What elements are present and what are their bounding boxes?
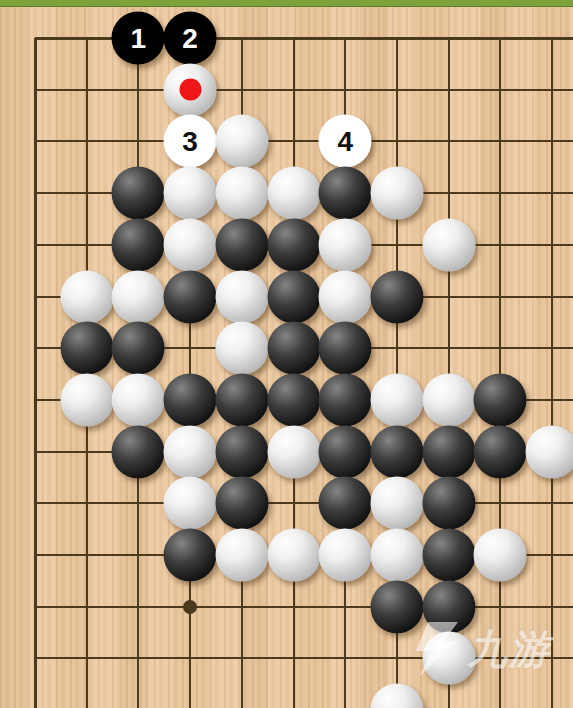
stone-white[interactable] [112,373,165,426]
stone-white[interactable] [370,529,423,582]
stone-black[interactable] [215,218,268,271]
stone-white[interactable] [422,632,475,685]
board[interactable]: 1234 [0,0,573,708]
stone-black[interactable] [164,373,217,426]
red-dot-marker-icon [179,79,201,101]
stone-black[interactable] [164,529,217,582]
stone-black[interactable] [164,270,217,323]
stone-black[interactable] [215,477,268,530]
stone-white[interactable] [526,425,573,478]
star-point [183,600,197,614]
stone-white-move-3[interactable]: 3 [164,115,217,168]
stone-black[interactable] [474,425,527,478]
grid-line-horizontal [35,89,573,91]
stone-white[interactable] [112,270,165,323]
stone-white[interactable] [474,529,527,582]
stone-black[interactable] [112,218,165,271]
stone-white[interactable] [370,167,423,220]
stone-black[interactable] [319,373,372,426]
stone-white[interactable] [267,167,320,220]
stone-black[interactable] [215,425,268,478]
stone-black[interactable] [60,322,113,375]
stone-black[interactable] [267,373,320,426]
stone-black[interactable] [370,580,423,633]
stone-white[interactable] [370,477,423,530]
grid-line-horizontal [35,140,573,142]
grid-line-horizontal [35,606,573,608]
stone-black-move-2[interactable]: 2 [164,12,217,65]
stone-black[interactable] [474,373,527,426]
stone-black[interactable] [422,580,475,633]
stone-black[interactable] [370,425,423,478]
stone-white[interactable] [370,373,423,426]
stone-black[interactable] [319,477,372,530]
stone-white-marked[interactable] [164,63,217,116]
stone-black-move-1[interactable]: 1 [112,12,165,65]
stone-black[interactable] [215,373,268,426]
stone-white[interactable] [164,477,217,530]
grid-line-horizontal [35,657,573,659]
stone-black[interactable] [422,477,475,530]
stone-white[interactable] [60,270,113,323]
stone-black[interactable] [267,218,320,271]
stone-white[interactable] [164,218,217,271]
stone-black[interactable] [370,270,423,323]
stone-white[interactable] [319,529,372,582]
stone-white[interactable] [215,529,268,582]
gomoku-board-screen: 1234 九游 [0,0,573,708]
stone-white[interactable] [164,425,217,478]
stone-black[interactable] [319,167,372,220]
stone-white[interactable] [422,218,475,271]
stone-black[interactable] [112,322,165,375]
stone-white[interactable] [215,115,268,168]
stone-black[interactable] [319,322,372,375]
grid-line-horizontal [35,502,573,504]
stone-white[interactable] [215,322,268,375]
stone-white[interactable] [319,218,372,271]
top-green-bar [0,0,573,7]
stone-black[interactable] [422,425,475,478]
stone-white[interactable] [319,270,372,323]
stone-black[interactable] [112,425,165,478]
stone-white[interactable] [215,167,268,220]
stone-black[interactable] [112,167,165,220]
stone-black[interactable] [267,322,320,375]
stone-white[interactable] [164,167,217,220]
stone-black[interactable] [319,425,372,478]
stone-white-move-4[interactable]: 4 [319,115,372,168]
stone-black[interactable] [422,529,475,582]
stone-white[interactable] [370,684,423,708]
stone-black[interactable] [267,270,320,323]
stone-white[interactable] [60,373,113,426]
stone-white[interactable] [267,529,320,582]
stone-white[interactable] [215,270,268,323]
stone-white[interactable] [422,373,475,426]
stone-white[interactable] [267,425,320,478]
